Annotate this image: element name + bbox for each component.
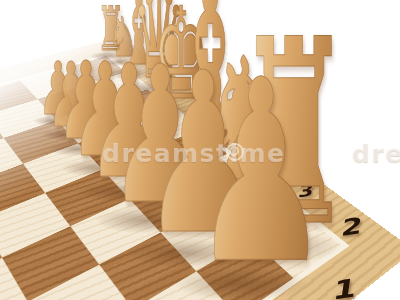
piece-white-pawn-h2: ♟ (191, 47, 331, 298)
stock-photo-stage: 123 ♜♞♝♛♚♝♞♜♟♟♟♟♟♟♟♟ dreamstime dreamsti… (0, 0, 400, 300)
pieces-layer: ♜♞♝♛♚♝♞♜♟♟♟♟♟♟♟♟ (0, 0, 400, 300)
